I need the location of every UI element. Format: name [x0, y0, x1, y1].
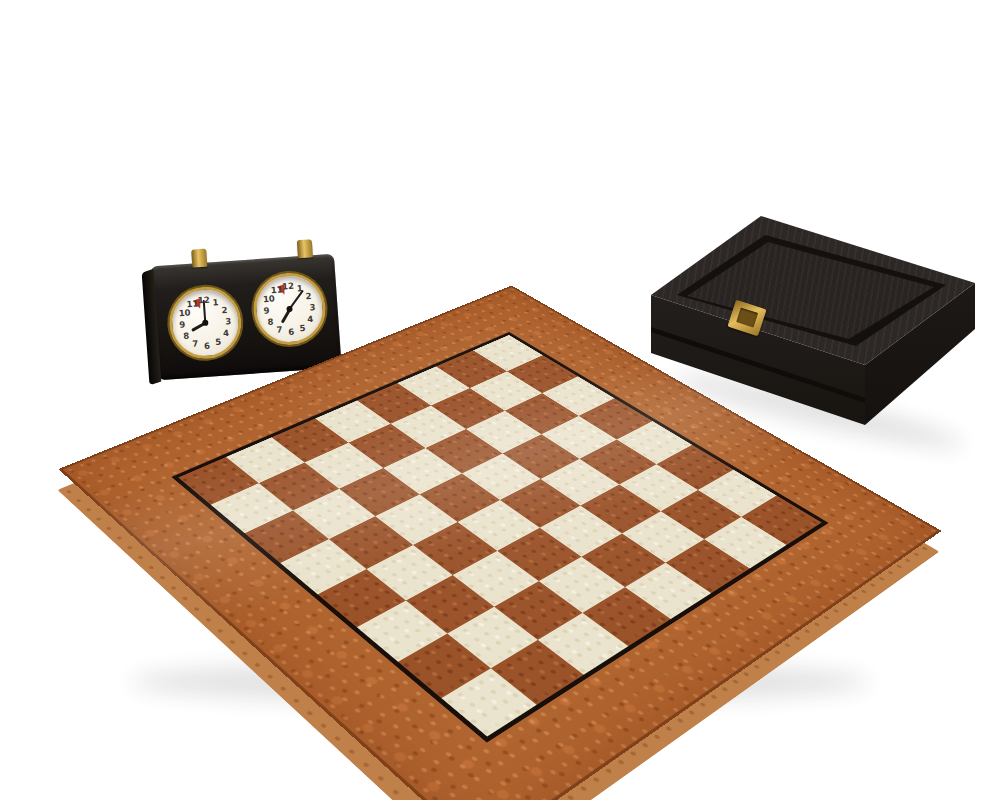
- board-tilt: ♜♞♝♚♛♝♞♜♟♟♟♟♟♟♟♟♟♟♟♟♟♟♟♟♜♞♝♚♛♝♞♜: [58, 285, 941, 800]
- board-3d-scene: ♜♞♝♚♛♝♞♜♟♟♟♟♟♟♟♟♟♟♟♟♟♟♟♟♜♞♝♚♛♝♞♜: [0, 0, 1000, 800]
- table-plane: ♜♞♝♚♛♝♞♜♟♟♟♟♟♟♟♟♟♟♟♟♟♟♟♟♜♞♝♚♛♝♞♜: [0, 160, 1000, 800]
- chess-board: ♜♞♝♚♛♝♞♜♟♟♟♟♟♟♟♟♟♟♟♟♟♟♟♟♜♞♝♚♛♝♞♜: [58, 285, 941, 800]
- product-photo-stage: 121234567891011 121234567891011: [0, 0, 1000, 800]
